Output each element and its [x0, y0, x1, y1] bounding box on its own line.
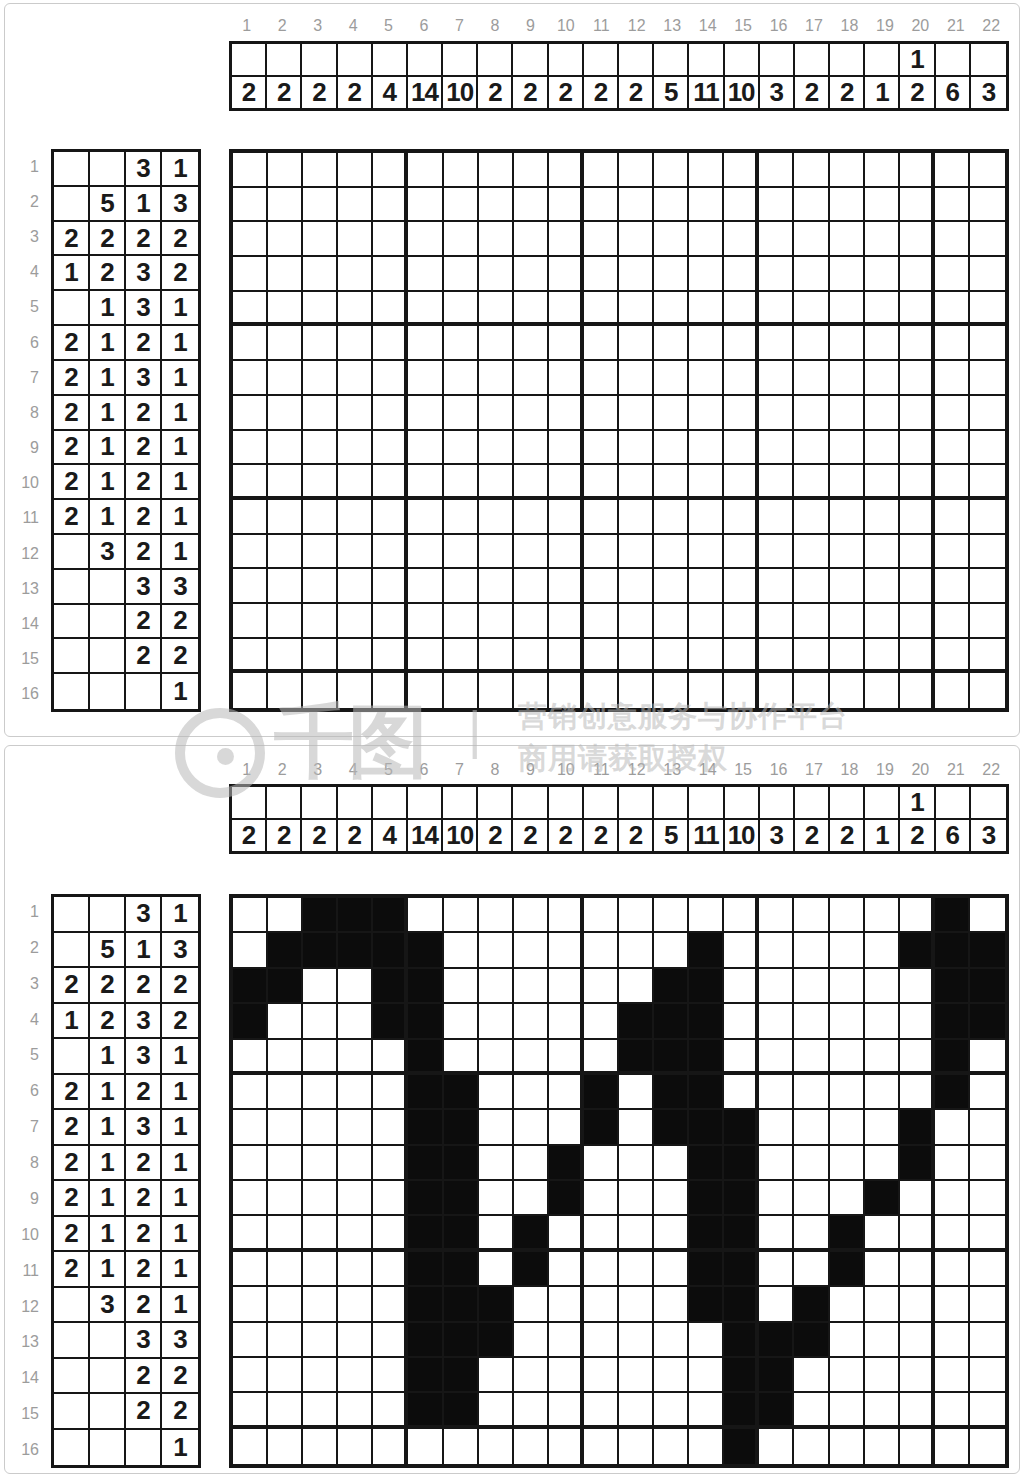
puzzle-cell[interactable] — [514, 153, 549, 188]
puzzle-cell[interactable] — [865, 431, 900, 466]
puzzle-cell[interactable] — [479, 569, 514, 604]
puzzle-cell[interactable] — [233, 639, 268, 674]
puzzle-cell[interactable] — [268, 673, 303, 708]
puzzle-cell[interactable] — [514, 673, 549, 708]
puzzle-cell[interactable] — [830, 604, 865, 639]
puzzle-cell[interactable] — [479, 604, 514, 639]
puzzle-cell[interactable] — [303, 396, 338, 431]
puzzle-cell[interactable] — [268, 535, 303, 570]
puzzle-cell[interactable] — [233, 431, 268, 466]
puzzle-cell[interactable] — [619, 188, 654, 223]
puzzle-cell[interactable] — [830, 326, 865, 361]
puzzle-cell[interactable] — [970, 188, 1005, 223]
puzzle-cell[interactable] — [759, 431, 794, 466]
puzzle-cell[interactable] — [759, 569, 794, 604]
puzzle-cell[interactable] — [970, 535, 1005, 570]
puzzle-cell[interactable] — [268, 639, 303, 674]
puzzle-cell[interactable] — [373, 292, 408, 327]
puzzle-cell[interactable] — [338, 222, 373, 257]
puzzle-cell[interactable] — [444, 326, 479, 361]
puzzle-cell[interactable] — [373, 535, 408, 570]
puzzle-cell[interactable] — [338, 188, 373, 223]
puzzle-cell[interactable] — [584, 153, 619, 188]
puzzle-cell[interactable] — [865, 569, 900, 604]
puzzle-cell[interactable] — [900, 292, 935, 327]
puzzle-cell[interactable] — [794, 188, 829, 223]
puzzle-cell[interactable] — [689, 500, 724, 535]
puzzle-cell[interactable] — [794, 257, 829, 292]
puzzle-cell[interactable] — [408, 465, 443, 500]
puzzle-cell[interactable] — [444, 569, 479, 604]
puzzle-cell[interactable] — [654, 292, 689, 327]
puzzle-cell[interactable] — [479, 639, 514, 674]
puzzle-cell[interactable] — [830, 639, 865, 674]
puzzle-cell[interactable] — [233, 604, 268, 639]
puzzle-cell[interactable] — [724, 396, 759, 431]
puzzle-cell[interactable] — [303, 361, 338, 396]
puzzle-cell[interactable] — [935, 569, 970, 604]
puzzle-cell[interactable] — [830, 673, 865, 708]
puzzle-cell[interactable] — [759, 465, 794, 500]
puzzle-cell[interactable] — [338, 257, 373, 292]
puzzle-cell[interactable] — [549, 326, 584, 361]
puzzle-cell[interactable] — [970, 465, 1005, 500]
puzzle-cell[interactable] — [794, 361, 829, 396]
puzzle-cell[interactable] — [759, 257, 794, 292]
puzzle-cell[interactable] — [619, 500, 654, 535]
puzzle-cell[interactable] — [830, 257, 865, 292]
puzzle-cell[interactable] — [584, 292, 619, 327]
puzzle-cell[interactable] — [373, 188, 408, 223]
puzzle-cell[interactable] — [794, 535, 829, 570]
puzzle-cell[interactable] — [268, 431, 303, 466]
puzzle-cell[interactable] — [444, 188, 479, 223]
puzzle-cell[interactable] — [514, 361, 549, 396]
puzzle-cell[interactable] — [654, 396, 689, 431]
puzzle-cell[interactable] — [233, 222, 268, 257]
puzzle-cell[interactable] — [584, 535, 619, 570]
puzzle-cell[interactable] — [759, 535, 794, 570]
puzzle-cell[interactable] — [514, 639, 549, 674]
puzzle-cell[interactable] — [794, 639, 829, 674]
puzzle-cell[interactable] — [935, 604, 970, 639]
puzzle-cell[interactable] — [584, 222, 619, 257]
puzzle-cell[interactable] — [514, 569, 549, 604]
puzzle-cell[interactable] — [549, 257, 584, 292]
puzzle-cell[interactable] — [935, 361, 970, 396]
puzzle-cell[interactable] — [408, 673, 443, 708]
puzzle-cell[interactable] — [268, 604, 303, 639]
puzzle-cell[interactable] — [865, 292, 900, 327]
puzzle-cell[interactable] — [794, 465, 829, 500]
puzzle-cell[interactable] — [970, 500, 1005, 535]
puzzle-cell[interactable] — [584, 673, 619, 708]
puzzle-cell[interactable] — [724, 465, 759, 500]
puzzle-cell[interactable] — [549, 361, 584, 396]
puzzle-cell[interactable] — [724, 535, 759, 570]
puzzle-cell[interactable] — [444, 604, 479, 639]
puzzle-cell[interactable] — [444, 153, 479, 188]
puzzle-cell[interactable] — [865, 465, 900, 500]
puzzle-cell[interactable] — [759, 222, 794, 257]
puzzle-cell[interactable] — [619, 396, 654, 431]
puzzle-cell[interactable] — [689, 153, 724, 188]
puzzle-cell[interactable] — [619, 153, 654, 188]
puzzle-cell[interactable] — [654, 639, 689, 674]
puzzle-cell[interactable] — [233, 569, 268, 604]
puzzle-cell[interactable] — [303, 326, 338, 361]
puzzle-cell[interactable] — [584, 431, 619, 466]
puzzle-cell[interactable] — [584, 639, 619, 674]
puzzle-cell[interactable] — [724, 604, 759, 639]
puzzle-cell[interactable] — [408, 569, 443, 604]
puzzle-cell[interactable] — [865, 535, 900, 570]
puzzle-cell[interactable] — [233, 535, 268, 570]
puzzle-cell[interactable] — [373, 465, 408, 500]
puzzle-cell[interactable] — [338, 639, 373, 674]
puzzle-cell[interactable] — [373, 222, 408, 257]
puzzle-cell[interactable] — [900, 326, 935, 361]
puzzle-cell[interactable] — [373, 257, 408, 292]
puzzle-cell[interactable] — [970, 673, 1005, 708]
puzzle-cell[interactable] — [514, 292, 549, 327]
puzzle-cell[interactable] — [373, 153, 408, 188]
puzzle-cell[interactable] — [408, 500, 443, 535]
puzzle-cell[interactable] — [338, 569, 373, 604]
puzzle-cell[interactable] — [654, 465, 689, 500]
puzzle-cell[interactable] — [373, 569, 408, 604]
puzzle-cell[interactable] — [724, 431, 759, 466]
puzzle-cell[interactable] — [444, 361, 479, 396]
puzzle-cell[interactable] — [444, 673, 479, 708]
puzzle-cell[interactable] — [479, 500, 514, 535]
puzzle-cell[interactable] — [865, 153, 900, 188]
puzzle-cell[interactable] — [303, 604, 338, 639]
puzzle-cell[interactable] — [408, 535, 443, 570]
puzzle-cell[interactable] — [338, 431, 373, 466]
puzzle-cell[interactable] — [619, 673, 654, 708]
puzzle-cell[interactable] — [268, 257, 303, 292]
puzzle-cell[interactable] — [935, 639, 970, 674]
puzzle-cell[interactable] — [584, 396, 619, 431]
puzzle-cell[interactable] — [268, 292, 303, 327]
puzzle-cell[interactable] — [830, 569, 865, 604]
puzzle-cell[interactable] — [514, 188, 549, 223]
puzzle-cell[interactable] — [408, 639, 443, 674]
puzzle-cell[interactable] — [444, 222, 479, 257]
puzzle-cell[interactable] — [900, 639, 935, 674]
puzzle-cell[interactable] — [759, 500, 794, 535]
puzzle-cell[interactable] — [408, 222, 443, 257]
puzzle-cell[interactable] — [549, 431, 584, 466]
puzzle-cell[interactable] — [514, 396, 549, 431]
puzzle-cell[interactable] — [689, 431, 724, 466]
puzzle-cell[interactable] — [970, 326, 1005, 361]
puzzle-cell[interactable] — [970, 361, 1005, 396]
puzzle-cell[interactable] — [338, 604, 373, 639]
puzzle-cell[interactable] — [514, 500, 549, 535]
puzzle-cell[interactable] — [584, 188, 619, 223]
puzzle-cell[interactable] — [619, 222, 654, 257]
puzzle-cell[interactable] — [408, 257, 443, 292]
puzzle-cell[interactable] — [479, 535, 514, 570]
puzzle-cell[interactable] — [654, 153, 689, 188]
puzzle-cell[interactable] — [268, 500, 303, 535]
puzzle-cell[interactable] — [900, 535, 935, 570]
puzzle-cell[interactable] — [689, 188, 724, 223]
puzzle-cell[interactable] — [514, 465, 549, 500]
puzzle-cell[interactable] — [794, 569, 829, 604]
puzzle-cell[interactable] — [619, 535, 654, 570]
puzzle-cell[interactable] — [935, 257, 970, 292]
puzzle-cell[interactable] — [233, 257, 268, 292]
puzzle-cell[interactable] — [794, 326, 829, 361]
puzzle-cell[interactable] — [303, 569, 338, 604]
puzzle-cell[interactable] — [584, 604, 619, 639]
puzzle-cell[interactable] — [514, 222, 549, 257]
puzzle-cell[interactable] — [794, 222, 829, 257]
puzzle-cell[interactable] — [724, 569, 759, 604]
puzzle-cell[interactable] — [549, 222, 584, 257]
puzzle-cell[interactable] — [268, 153, 303, 188]
puzzle-cell[interactable] — [689, 222, 724, 257]
puzzle-cell[interactable] — [654, 326, 689, 361]
puzzle-cell[interactable] — [689, 361, 724, 396]
puzzle-cell[interactable] — [584, 361, 619, 396]
puzzle-cell[interactable] — [514, 535, 549, 570]
puzzle-cell[interactable] — [935, 465, 970, 500]
puzzle-cell[interactable] — [970, 153, 1005, 188]
puzzle-cell[interactable] — [830, 188, 865, 223]
puzzle-cell[interactable] — [724, 153, 759, 188]
puzzle-cell[interactable] — [654, 361, 689, 396]
puzzle-cell[interactable] — [303, 257, 338, 292]
puzzle-cell[interactable] — [549, 465, 584, 500]
puzzle-cell[interactable] — [303, 535, 338, 570]
puzzle-cell[interactable] — [338, 673, 373, 708]
puzzle-cell[interactable] — [935, 396, 970, 431]
puzzle-cell[interactable] — [794, 292, 829, 327]
puzzle-cell[interactable] — [338, 326, 373, 361]
puzzle-cell[interactable] — [759, 673, 794, 708]
puzzle-cell[interactable] — [970, 222, 1005, 257]
puzzle-cell[interactable] — [654, 188, 689, 223]
puzzle-cell[interactable] — [479, 222, 514, 257]
puzzle-cell[interactable] — [584, 569, 619, 604]
puzzle-cell[interactable] — [303, 188, 338, 223]
puzzle-cell[interactable] — [373, 361, 408, 396]
puzzle-cell[interactable] — [444, 257, 479, 292]
puzzle-cell[interactable] — [970, 396, 1005, 431]
puzzle-cell[interactable] — [619, 569, 654, 604]
puzzle-cell[interactable] — [338, 465, 373, 500]
puzzle-cell[interactable] — [233, 153, 268, 188]
puzzle-cell[interactable] — [724, 673, 759, 708]
puzzle-cell[interactable] — [549, 292, 584, 327]
puzzle-cell[interactable] — [900, 396, 935, 431]
puzzle-cell[interactable] — [408, 326, 443, 361]
puzzle-cell[interactable] — [549, 153, 584, 188]
puzzle-cell[interactable] — [338, 153, 373, 188]
puzzle-cell[interactable] — [479, 326, 514, 361]
puzzle-cell[interactable] — [303, 222, 338, 257]
puzzle-cell[interactable] — [408, 431, 443, 466]
puzzle-cell[interactable] — [900, 188, 935, 223]
puzzle-cell[interactable] — [865, 396, 900, 431]
puzzle-cell[interactable] — [935, 326, 970, 361]
puzzle-cell[interactable] — [373, 673, 408, 708]
puzzle-cell[interactable] — [654, 500, 689, 535]
puzzle-cell[interactable] — [935, 188, 970, 223]
puzzle-cell[interactable] — [619, 292, 654, 327]
puzzle-cell[interactable] — [619, 257, 654, 292]
puzzle-cell[interactable] — [759, 396, 794, 431]
puzzle-cell[interactable] — [233, 396, 268, 431]
puzzle-cell[interactable] — [268, 465, 303, 500]
puzzle-cell[interactable] — [830, 535, 865, 570]
puzzle-cell[interactable] — [654, 569, 689, 604]
puzzle-cell[interactable] — [479, 361, 514, 396]
puzzle-cell[interactable] — [549, 535, 584, 570]
puzzle-cell[interactable] — [444, 431, 479, 466]
puzzle-cell[interactable] — [233, 326, 268, 361]
puzzle-cell[interactable] — [830, 500, 865, 535]
puzzle-cell[interactable] — [408, 188, 443, 223]
puzzle-cell[interactable] — [865, 639, 900, 674]
puzzle-cell[interactable] — [479, 153, 514, 188]
puzzle-cell[interactable] — [689, 396, 724, 431]
puzzle-cell[interactable] — [444, 639, 479, 674]
puzzle-cell[interactable] — [549, 673, 584, 708]
puzzle-cell[interactable] — [794, 673, 829, 708]
puzzle-cell[interactable] — [233, 500, 268, 535]
puzzle-cell[interactable] — [444, 535, 479, 570]
puzzle-cell[interactable] — [935, 292, 970, 327]
puzzle-cell[interactable] — [689, 535, 724, 570]
puzzle-cell[interactable] — [233, 465, 268, 500]
puzzle-cell[interactable] — [408, 396, 443, 431]
puzzle-cell[interactable] — [900, 257, 935, 292]
puzzle-cell[interactable] — [479, 188, 514, 223]
puzzle-cell[interactable] — [268, 361, 303, 396]
puzzle-cell[interactable] — [514, 257, 549, 292]
puzzle-cell[interactable] — [865, 188, 900, 223]
puzzle-cell[interactable] — [759, 604, 794, 639]
puzzle-cell[interactable] — [689, 257, 724, 292]
puzzle-cell[interactable] — [900, 500, 935, 535]
puzzle-cell[interactable] — [830, 396, 865, 431]
puzzle-cell[interactable] — [303, 153, 338, 188]
puzzle-cell[interactable] — [970, 569, 1005, 604]
puzzle-cell[interactable] — [900, 361, 935, 396]
puzzle-cell[interactable] — [654, 535, 689, 570]
puzzle-cell[interactable] — [619, 639, 654, 674]
puzzle-cell[interactable] — [759, 153, 794, 188]
puzzle-cell[interactable] — [584, 326, 619, 361]
puzzle-cell[interactable] — [584, 257, 619, 292]
puzzle-cell[interactable] — [865, 604, 900, 639]
puzzle-cell[interactable] — [549, 639, 584, 674]
puzzle-cell[interactable] — [689, 673, 724, 708]
puzzle-cell[interactable] — [865, 222, 900, 257]
puzzle-cell[interactable] — [935, 222, 970, 257]
puzzle-cell[interactable] — [724, 292, 759, 327]
puzzle-cell[interactable] — [514, 431, 549, 466]
puzzle-cell[interactable] — [935, 153, 970, 188]
puzzle-cell[interactable] — [830, 431, 865, 466]
puzzle-cell[interactable] — [724, 188, 759, 223]
puzzle-cell[interactable] — [689, 604, 724, 639]
puzzle-cell[interactable] — [900, 222, 935, 257]
puzzle-cell[interactable] — [759, 639, 794, 674]
puzzle-cell[interactable] — [830, 222, 865, 257]
puzzle-cell[interactable] — [303, 292, 338, 327]
puzzle-cell[interactable] — [268, 569, 303, 604]
puzzle-cell[interactable] — [303, 465, 338, 500]
puzzle-cell[interactable] — [479, 257, 514, 292]
puzzle-cell[interactable] — [724, 639, 759, 674]
puzzle-cell[interactable] — [935, 500, 970, 535]
puzzle-cell[interactable] — [408, 361, 443, 396]
puzzle-cell[interactable] — [619, 326, 654, 361]
puzzle-cell[interactable] — [759, 326, 794, 361]
puzzle-cell[interactable] — [654, 431, 689, 466]
puzzle-cell[interactable] — [549, 500, 584, 535]
puzzle-cell[interactable] — [794, 500, 829, 535]
puzzle-cell[interactable] — [408, 153, 443, 188]
puzzle-cell[interactable] — [619, 465, 654, 500]
puzzle-cell[interactable] — [338, 396, 373, 431]
puzzle-cell[interactable] — [865, 361, 900, 396]
puzzle-cell[interactable] — [689, 465, 724, 500]
puzzle-cell[interactable] — [865, 326, 900, 361]
puzzle-cell[interactable] — [514, 326, 549, 361]
puzzle-cell[interactable] — [268, 396, 303, 431]
puzzle-cell[interactable] — [479, 465, 514, 500]
puzzle-cell[interactable] — [900, 465, 935, 500]
puzzle-cell[interactable] — [794, 604, 829, 639]
puzzle-cell[interactable] — [444, 292, 479, 327]
puzzle-cell[interactable] — [794, 431, 829, 466]
puzzle-cell[interactable] — [900, 673, 935, 708]
puzzle-cell[interactable] — [830, 361, 865, 396]
puzzle-cell[interactable] — [970, 604, 1005, 639]
puzzle-cell[interactable] — [654, 222, 689, 257]
puzzle-cell[interactable] — [233, 188, 268, 223]
puzzle-cell[interactable] — [970, 639, 1005, 674]
puzzle-cell[interactable] — [830, 292, 865, 327]
puzzle-cell[interactable] — [338, 361, 373, 396]
puzzle-cell[interactable] — [724, 500, 759, 535]
puzzle-cell[interactable] — [689, 639, 724, 674]
puzzle-cell[interactable] — [549, 396, 584, 431]
puzzle-cell[interactable] — [935, 431, 970, 466]
puzzle-cell[interactable] — [479, 292, 514, 327]
puzzle-cell[interactable] — [830, 465, 865, 500]
puzzle-cell[interactable] — [865, 673, 900, 708]
puzzle-cell[interactable] — [584, 500, 619, 535]
puzzle-cell[interactable] — [619, 431, 654, 466]
puzzle-cell[interactable] — [794, 153, 829, 188]
puzzle-cell[interactable] — [479, 396, 514, 431]
puzzle-cell[interactable] — [373, 500, 408, 535]
puzzle-cell[interactable] — [444, 465, 479, 500]
puzzle-cell[interactable] — [479, 431, 514, 466]
puzzle-cell[interactable] — [935, 673, 970, 708]
puzzle-cell[interactable] — [970, 292, 1005, 327]
puzzle-cell[interactable] — [233, 673, 268, 708]
puzzle-cell[interactable] — [759, 361, 794, 396]
